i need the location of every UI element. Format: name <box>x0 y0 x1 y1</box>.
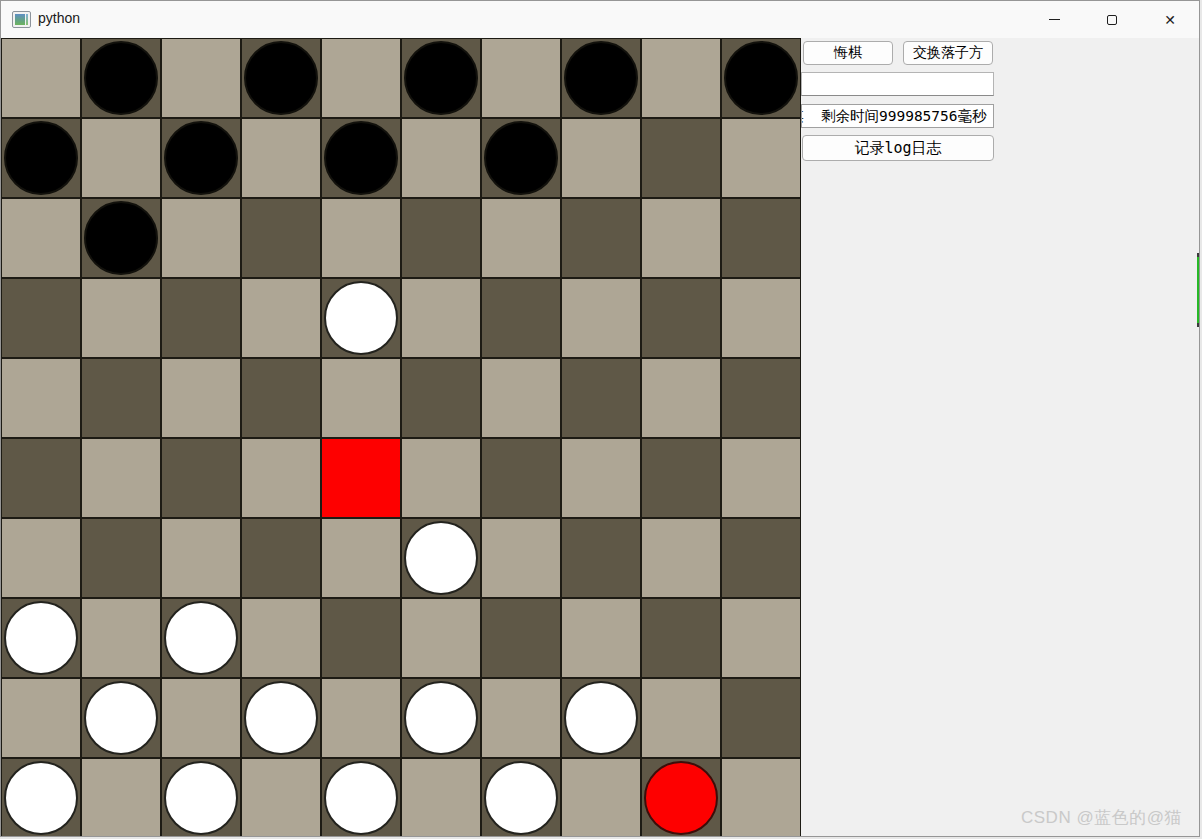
black-piece[interactable] <box>84 201 158 275</box>
board-cell[interactable] <box>161 678 241 758</box>
board-cell[interactable] <box>561 118 641 198</box>
board-cell[interactable] <box>641 278 721 358</box>
swap-side-button[interactable]: 交换落子方 <box>903 41 993 65</box>
red-piece[interactable] <box>644 761 718 835</box>
board-cell[interactable] <box>641 518 721 598</box>
window-edge-green-strip <box>1197 253 1199 327</box>
close-button[interactable]: ✕ <box>1147 1 1193 38</box>
board-cell[interactable] <box>321 758 401 837</box>
highlighted-cell[interactable] <box>321 438 401 518</box>
board-cell[interactable] <box>81 198 161 278</box>
board-cell[interactable] <box>721 678 801 758</box>
board-cell[interactable] <box>1 38 81 118</box>
board-cell[interactable] <box>81 118 161 198</box>
board-cell[interactable] <box>641 38 721 118</box>
board-cell[interactable] <box>1 438 81 518</box>
board-cell[interactable] <box>241 438 321 518</box>
board-cell[interactable] <box>81 438 161 518</box>
board-cell[interactable] <box>241 38 321 118</box>
board-cell[interactable] <box>1 518 81 598</box>
board-cell[interactable] <box>481 598 561 678</box>
white-piece[interactable] <box>4 761 78 835</box>
board-cell[interactable] <box>81 518 161 598</box>
white-piece[interactable] <box>484 761 558 835</box>
board-cell[interactable] <box>561 678 641 758</box>
close-icon: ✕ <box>1164 13 1176 27</box>
board-cell[interactable] <box>241 278 321 358</box>
board-cell[interactable] <box>481 198 561 278</box>
board-cell[interactable] <box>481 438 561 518</box>
board-cell[interactable] <box>321 518 401 598</box>
app-window-icon <box>12 11 31 28</box>
board-cell[interactable] <box>241 198 321 278</box>
text-input[interactable] <box>801 72 994 96</box>
board-cell[interactable] <box>321 38 401 118</box>
game-board[interactable] <box>1 38 801 837</box>
black-piece[interactable] <box>324 121 398 195</box>
black-piece[interactable] <box>84 41 158 115</box>
board-cell[interactable] <box>641 758 721 837</box>
board-cell[interactable] <box>481 358 561 438</box>
board-cell[interactable] <box>481 678 561 758</box>
board-cell[interactable] <box>641 358 721 438</box>
board-cell[interactable] <box>481 278 561 358</box>
board-cell[interactable] <box>401 358 481 438</box>
white-piece[interactable] <box>324 281 398 355</box>
board-cell[interactable] <box>401 598 481 678</box>
remaining-time-field: 棋 剩余时间999985756毫秒 <box>801 104 994 128</box>
board-cell[interactable] <box>401 678 481 758</box>
board-cell[interactable] <box>721 358 801 438</box>
board-cell[interactable] <box>561 358 641 438</box>
board-cell[interactable] <box>241 118 321 198</box>
black-piece[interactable] <box>564 41 638 115</box>
white-piece[interactable] <box>404 521 478 595</box>
board-cell[interactable] <box>161 358 241 438</box>
board-cell[interactable] <box>1 598 81 678</box>
board-cell[interactable] <box>81 598 161 678</box>
black-piece[interactable] <box>4 121 78 195</box>
board-cell[interactable] <box>81 358 161 438</box>
board-cell[interactable] <box>161 198 241 278</box>
board-cell[interactable] <box>641 598 721 678</box>
board-cell[interactable] <box>401 278 481 358</box>
board-cell[interactable] <box>721 598 801 678</box>
board-cell[interactable] <box>401 198 481 278</box>
window-title: python <box>38 10 80 26</box>
minimize-icon <box>1049 19 1060 20</box>
board-cell[interactable] <box>321 118 401 198</box>
board-cell[interactable] <box>321 198 401 278</box>
white-piece[interactable] <box>404 681 478 755</box>
board-cell[interactable] <box>401 518 481 598</box>
black-piece[interactable] <box>404 41 478 115</box>
board-cell[interactable] <box>481 118 561 198</box>
board-cell[interactable] <box>161 38 241 118</box>
board-cell[interactable] <box>561 38 641 118</box>
board-cell[interactable] <box>561 438 641 518</box>
board-cell[interactable] <box>561 198 641 278</box>
black-piece[interactable] <box>484 121 558 195</box>
board-cell[interactable] <box>641 198 721 278</box>
board-cell[interactable] <box>1 198 81 278</box>
board-cell[interactable] <box>241 518 321 598</box>
board-cell[interactable] <box>321 358 401 438</box>
maximize-button[interactable] <box>1089 1 1135 38</box>
board-cell[interactable] <box>641 678 721 758</box>
app-icon-bar <box>26 14 28 25</box>
board-cell[interactable] <box>401 438 481 518</box>
board-cell[interactable] <box>1 678 81 758</box>
board-cell[interactable] <box>641 118 721 198</box>
black-piece[interactable] <box>164 121 238 195</box>
board-cell[interactable] <box>1 278 81 358</box>
board-cell[interactable] <box>721 278 801 358</box>
board-cell[interactable] <box>401 758 481 837</box>
undo-move-button[interactable]: 悔棋 <box>803 41 893 65</box>
white-piece[interactable] <box>164 601 238 675</box>
board-cell[interactable] <box>561 518 641 598</box>
board-cell[interactable] <box>81 678 161 758</box>
board-cell[interactable] <box>81 758 161 837</box>
board-cell[interactable] <box>561 278 641 358</box>
board-cell[interactable] <box>81 38 161 118</box>
white-piece[interactable] <box>4 601 78 675</box>
white-piece[interactable] <box>244 681 318 755</box>
board-cell[interactable] <box>721 518 801 598</box>
board-cell[interactable] <box>481 38 561 118</box>
board-cell[interactable] <box>241 358 321 438</box>
board-cell[interactable] <box>721 38 801 118</box>
board-cell[interactable] <box>481 758 561 837</box>
board-cell[interactable] <box>161 438 241 518</box>
board-cell[interactable] <box>1 758 81 837</box>
black-piece[interactable] <box>244 41 318 115</box>
board-cell[interactable] <box>1 118 81 198</box>
board-cell[interactable] <box>241 598 321 678</box>
board-cell[interactable] <box>561 598 641 678</box>
white-piece[interactable] <box>84 681 158 755</box>
app-window: python ✕ 悔棋 交换落子方 棋 剩余时间999985756毫秒 记录lo… <box>0 0 1200 837</box>
board-cell[interactable] <box>721 118 801 198</box>
white-piece[interactable] <box>324 761 398 835</box>
board-cell[interactable] <box>241 678 321 758</box>
board-cell[interactable] <box>1 358 81 438</box>
board-cell[interactable] <box>161 598 241 678</box>
board-cell[interactable] <box>401 118 481 198</box>
log-button[interactable]: 记录log日志 <box>802 135 994 161</box>
board-cell[interactable] <box>161 278 241 358</box>
board-cell[interactable] <box>561 758 641 837</box>
board-cell[interactable] <box>161 118 241 198</box>
app-icon-pane <box>15 14 25 25</box>
board-cell[interactable] <box>321 278 401 358</box>
board-cell[interactable] <box>161 518 241 598</box>
board-cell[interactable] <box>641 438 721 518</box>
board-cell[interactable] <box>721 438 801 518</box>
board-cell[interactable] <box>241 758 321 837</box>
minimize-button[interactable] <box>1031 1 1077 38</box>
maximize-icon <box>1107 15 1117 25</box>
white-piece[interactable] <box>164 761 238 835</box>
board-cell[interactable] <box>81 278 161 358</box>
board-cell[interactable] <box>321 678 401 758</box>
white-piece[interactable] <box>564 681 638 755</box>
black-piece[interactable] <box>724 41 798 115</box>
board-cell[interactable] <box>721 758 801 837</box>
board-cell[interactable] <box>321 598 401 678</box>
board-cell[interactable] <box>161 758 241 837</box>
watermark-text: CSDN @蓝色的@猫 <box>1021 806 1182 829</box>
board-cell[interactable] <box>721 198 801 278</box>
board-cell[interactable] <box>401 38 481 118</box>
board-cell[interactable] <box>481 518 561 598</box>
title-bar: python ✕ <box>1 1 1200 38</box>
